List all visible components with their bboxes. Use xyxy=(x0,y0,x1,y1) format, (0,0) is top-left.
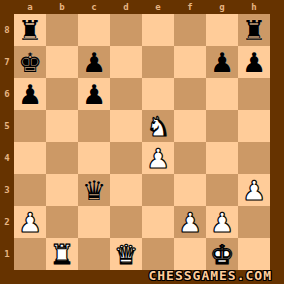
black-rook-a8: ♜ xyxy=(14,14,46,46)
square-a5[interactable] xyxy=(14,110,46,142)
square-a8[interactable]: ♜ xyxy=(14,14,46,46)
site-branding-text: CHESSGAMES.COM xyxy=(148,268,272,283)
square-a1[interactable] xyxy=(14,238,46,270)
square-e1[interactable] xyxy=(142,238,174,270)
square-f3[interactable] xyxy=(174,174,206,206)
square-e3[interactable] xyxy=(142,174,174,206)
square-a2[interactable]: ♟ xyxy=(14,206,46,238)
square-c8[interactable] xyxy=(78,14,110,46)
square-g2[interactable]: ♟ xyxy=(206,206,238,238)
file-label-b: b xyxy=(46,1,78,13)
square-d5[interactable] xyxy=(110,110,142,142)
black-pawn-a6: ♟ xyxy=(14,78,46,110)
square-h6[interactable] xyxy=(238,78,270,110)
rank-label-7: 7 xyxy=(0,46,14,78)
rank-label-5: 5 xyxy=(0,110,14,142)
white-knight-e5: ♞ xyxy=(142,110,174,142)
rank-label-2: 2 xyxy=(0,206,14,238)
square-g7[interactable]: ♟ xyxy=(206,46,238,78)
square-b7[interactable] xyxy=(46,46,78,78)
rank-label-3: 3 xyxy=(0,174,14,206)
square-f7[interactable] xyxy=(174,46,206,78)
rank-label-8: 8 xyxy=(0,14,14,46)
board-frame: abcdefgh 87654321 ♜♜♚♟♟♟♟♟♞♟♛♟♟♟♟♜♛♚ CHE… xyxy=(0,0,284,284)
square-h2[interactable] xyxy=(238,206,270,238)
square-g4[interactable] xyxy=(206,142,238,174)
square-d1[interactable]: ♛ xyxy=(110,238,142,270)
white-pawn-e4: ♟ xyxy=(142,142,174,174)
square-c2[interactable] xyxy=(78,206,110,238)
square-d8[interactable] xyxy=(110,14,142,46)
white-pawn-f2: ♟ xyxy=(174,206,206,238)
square-g1[interactable]: ♚ xyxy=(206,238,238,270)
black-pawn-c6: ♟ xyxy=(78,78,110,110)
square-f2[interactable]: ♟ xyxy=(174,206,206,238)
square-a7[interactable]: ♚ xyxy=(14,46,46,78)
square-a3[interactable] xyxy=(14,174,46,206)
square-b6[interactable] xyxy=(46,78,78,110)
square-e7[interactable] xyxy=(142,46,174,78)
file-label-f: f xyxy=(174,1,206,13)
file-label-g: g xyxy=(206,1,238,13)
white-king-g1: ♚ xyxy=(206,238,238,270)
chess-board: ♜♜♚♟♟♟♟♟♞♟♛♟♟♟♟♜♛♚ xyxy=(14,14,270,270)
square-f6[interactable] xyxy=(174,78,206,110)
rank-label-6: 6 xyxy=(0,78,14,110)
square-h5[interactable] xyxy=(238,110,270,142)
square-b5[interactable] xyxy=(46,110,78,142)
black-king-a7: ♚ xyxy=(14,46,46,78)
file-label-h: h xyxy=(238,1,270,13)
square-c6[interactable]: ♟ xyxy=(78,78,110,110)
file-label-c: c xyxy=(78,1,110,13)
black-pawn-c7: ♟ xyxy=(78,46,110,78)
square-e6[interactable] xyxy=(142,78,174,110)
square-h7[interactable]: ♟ xyxy=(238,46,270,78)
square-e5[interactable]: ♞ xyxy=(142,110,174,142)
square-d7[interactable] xyxy=(110,46,142,78)
white-queen-d1: ♛ xyxy=(110,238,142,270)
square-b8[interactable] xyxy=(46,14,78,46)
square-c5[interactable] xyxy=(78,110,110,142)
square-c1[interactable] xyxy=(78,238,110,270)
square-c7[interactable]: ♟ xyxy=(78,46,110,78)
square-g5[interactable] xyxy=(206,110,238,142)
square-f8[interactable] xyxy=(174,14,206,46)
square-e8[interactable] xyxy=(142,14,174,46)
square-e2[interactable] xyxy=(142,206,174,238)
square-c4[interactable] xyxy=(78,142,110,174)
square-a4[interactable] xyxy=(14,142,46,174)
rank-label-1: 1 xyxy=(0,238,14,270)
square-g8[interactable] xyxy=(206,14,238,46)
square-b1[interactable]: ♜ xyxy=(46,238,78,270)
square-c3[interactable]: ♛ xyxy=(78,174,110,206)
black-pawn-g7: ♟ xyxy=(206,46,238,78)
black-pawn-h7: ♟ xyxy=(238,46,270,78)
white-pawn-g2: ♟ xyxy=(206,206,238,238)
white-pawn-h3: ♟ xyxy=(238,174,270,206)
black-rook-h8: ♜ xyxy=(238,14,270,46)
square-d2[interactable] xyxy=(110,206,142,238)
black-queen-c3: ♛ xyxy=(78,174,110,206)
square-h4[interactable] xyxy=(238,142,270,174)
file-label-e: e xyxy=(142,1,174,13)
square-h1[interactable] xyxy=(238,238,270,270)
square-a6[interactable]: ♟ xyxy=(14,78,46,110)
square-d3[interactable] xyxy=(110,174,142,206)
square-b2[interactable] xyxy=(46,206,78,238)
file-label-d: d xyxy=(110,1,142,13)
square-h8[interactable]: ♜ xyxy=(238,14,270,46)
square-f4[interactable] xyxy=(174,142,206,174)
square-b3[interactable] xyxy=(46,174,78,206)
file-label-a: a xyxy=(14,1,46,13)
square-g6[interactable] xyxy=(206,78,238,110)
square-d4[interactable] xyxy=(110,142,142,174)
white-pawn-a2: ♟ xyxy=(14,206,46,238)
square-g3[interactable] xyxy=(206,174,238,206)
white-rook-b1: ♜ xyxy=(46,238,78,270)
square-f1[interactable] xyxy=(174,238,206,270)
square-f5[interactable] xyxy=(174,110,206,142)
rank-label-4: 4 xyxy=(0,142,14,174)
square-d6[interactable] xyxy=(110,78,142,110)
square-e4[interactable]: ♟ xyxy=(142,142,174,174)
square-h3[interactable]: ♟ xyxy=(238,174,270,206)
square-b4[interactable] xyxy=(46,142,78,174)
